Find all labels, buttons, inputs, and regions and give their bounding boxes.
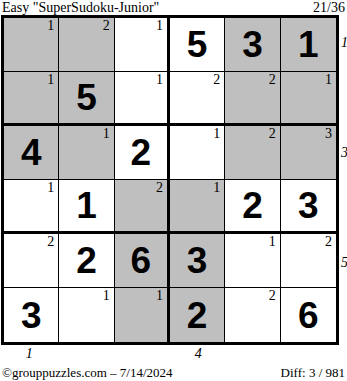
cell-value: 1 xyxy=(298,26,319,63)
corner-mark: 1 xyxy=(47,180,54,195)
cell-value: 2 xyxy=(242,187,263,224)
corner-mark: 1 xyxy=(156,18,163,33)
column-coordinate-labels: 14 xyxy=(1,346,339,362)
corner-mark: 2 xyxy=(269,288,276,303)
corner-mark: 2 xyxy=(269,72,276,87)
cell-r4c6[interactable]: 3 xyxy=(281,180,336,234)
cell-value: 3 xyxy=(21,297,42,334)
cell-r5c6[interactable]: 2 xyxy=(281,234,336,288)
cell-value: 2 xyxy=(76,242,97,279)
row-coordinate-labels: 135 xyxy=(341,15,347,345)
cell-value: 6 xyxy=(298,297,319,334)
cell-r5c1[interactable]: 2 xyxy=(4,234,59,288)
corner-mark: 1 xyxy=(47,72,54,87)
cell-r3c2[interactable]: 1 xyxy=(59,126,114,180)
cell-value: 2 xyxy=(131,134,152,171)
corner-mark: 1 xyxy=(213,180,220,195)
corner-mark: 2 xyxy=(156,180,163,195)
corner-mark: 1 xyxy=(325,72,332,87)
row-label-3: 3 xyxy=(341,125,347,180)
cell-r3c5[interactable]: 2 xyxy=(225,126,280,180)
cell-r4c1[interactable]: 1 xyxy=(4,180,59,234)
cell-value: 5 xyxy=(187,26,208,63)
cell-r1c1[interactable]: 1 xyxy=(4,18,59,72)
cell-r5c5[interactable]: 1 xyxy=(225,234,280,288)
footer: ©grouppuzzles.com – 7/14/2024 Diff: 3 / … xyxy=(2,366,345,380)
cell-r3c4[interactable]: 1 xyxy=(170,126,225,180)
corner-mark: 2 xyxy=(213,72,220,87)
cell-r3c6[interactable]: 3 xyxy=(281,126,336,180)
corner-mark: 2 xyxy=(269,126,276,141)
copyright-text: ©grouppuzzles.com – 7/14/2024 xyxy=(2,366,173,380)
cell-r6c1[interactable]: 3 xyxy=(4,288,59,342)
corner-mark: 1 xyxy=(103,126,110,141)
cell-r1c6[interactable]: 1 xyxy=(281,18,336,72)
cell-r2c1[interactable]: 1 xyxy=(4,72,59,126)
corner-mark: 1 xyxy=(269,234,276,249)
cell-r2c2[interactable]: 5 xyxy=(59,72,114,126)
cell-r4c2[interactable]: 1 xyxy=(59,180,114,234)
cell-value: 2 xyxy=(187,297,208,334)
cell-r3c1[interactable]: 4 xyxy=(4,126,59,180)
cell-value: 3 xyxy=(242,26,263,63)
cell-r6c3[interactable]: 1 xyxy=(115,288,170,342)
corner-mark: 2 xyxy=(47,234,54,249)
header: Easy "SuperSudoku-Junior" 21/36 xyxy=(2,0,345,15)
corner-mark: 1 xyxy=(213,126,220,141)
corner-mark: 1 xyxy=(156,72,163,87)
puzzle-title: Easy "SuperSudoku-Junior" xyxy=(2,0,159,15)
cell-value: 6 xyxy=(131,242,152,279)
cell-r2c3[interactable]: 1 xyxy=(115,72,170,126)
cell-value: 3 xyxy=(298,187,319,224)
column-label-4: 4 xyxy=(170,346,226,362)
cell-r4c4[interactable]: 1 xyxy=(170,180,225,234)
corner-mark: 2 xyxy=(103,18,110,33)
cell-r2c6[interactable]: 1 xyxy=(281,72,336,126)
corner-mark: 1 xyxy=(156,288,163,303)
cell-r4c5[interactable]: 2 xyxy=(225,180,280,234)
cell-r6c6[interactable]: 6 xyxy=(281,288,336,342)
corner-mark: 1 xyxy=(47,18,54,33)
cell-r3c3[interactable]: 2 xyxy=(115,126,170,180)
cell-value: 1 xyxy=(76,187,97,224)
cell-r5c3[interactable]: 6 xyxy=(115,234,170,288)
cell-value: 4 xyxy=(21,134,42,171)
cell-r2c4[interactable]: 2 xyxy=(170,72,225,126)
corner-mark: 1 xyxy=(103,288,110,303)
corner-mark: 2 xyxy=(325,234,332,249)
corner-mark: 3 xyxy=(325,126,332,141)
cell-r6c5[interactable]: 2 xyxy=(225,288,280,342)
puzzle-counter: 21/36 xyxy=(313,0,345,15)
cell-r5c2[interactable]: 2 xyxy=(59,234,114,288)
row-label-5: 5 xyxy=(341,235,347,290)
cell-r1c5[interactable]: 3 xyxy=(225,18,280,72)
cell-r2c5[interactable]: 2 xyxy=(225,72,280,126)
cell-value: 3 xyxy=(187,242,208,279)
column-label-1: 1 xyxy=(1,346,57,362)
cell-r4c3[interactable]: 2 xyxy=(115,180,170,234)
sudoku-board: 121531151221412123112123226312311226 xyxy=(1,15,339,345)
cell-r1c3[interactable]: 1 xyxy=(115,18,170,72)
cell-value: 5 xyxy=(76,79,97,116)
cell-r5c4[interactable]: 3 xyxy=(170,234,225,288)
difficulty-text: Diff: 3 / 981 xyxy=(281,366,345,380)
cell-r6c4[interactable]: 2 xyxy=(170,288,225,342)
cell-r1c4[interactable]: 5 xyxy=(170,18,225,72)
row-label-1: 1 xyxy=(341,15,347,70)
cell-r6c2[interactable]: 1 xyxy=(59,288,114,342)
cell-r1c2[interactable]: 2 xyxy=(59,18,114,72)
